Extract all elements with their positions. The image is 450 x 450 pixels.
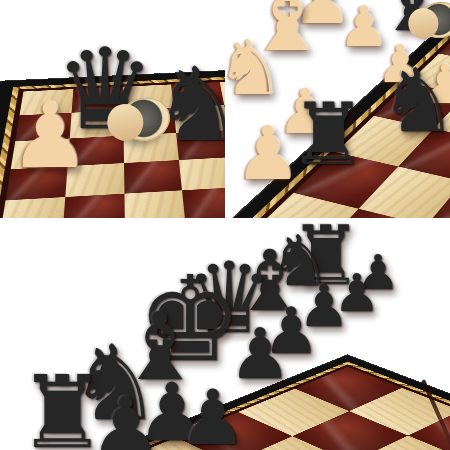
black-pawn: ♟ — [179, 381, 247, 450]
photo-top-right-closeup: ♞♝♟♟♟♟♟♟♜♞♝ — [227, 0, 450, 218]
black-rook: ♜ — [290, 91, 367, 177]
cream-pawn: ♟ — [235, 116, 301, 190]
photo-top-left-closeup: ♛♞♟ — [0, 0, 225, 218]
cream-knight: ♞ — [227, 30, 284, 106]
pieces-layer: ♜♞♝♚♛♝♞♜♟♟♟♟♟♟♟♟ — [0, 220, 450, 450]
board-scene-top-left: ♛♞♟ — [0, 0, 225, 218]
board-scene-bottom: ♜♞♝♚♛♝♞♜♟♟♟♟♟♟♟♟ — [0, 220, 450, 450]
black-pawn: ♟ — [88, 386, 163, 450]
pieces-layer: ♛♞♟ — [0, 0, 225, 218]
board-scene-top-right: ♞♝♟♟♟♟♟♟♜♞♝ — [227, 0, 450, 218]
product-photo-collage: ♛♞♟ ♞♝♟♟♟♟♟♟♜♞♝ — [0, 0, 450, 450]
photo-bottom-wide: ♜♞♝♚♛♝♞♜♟♟♟♟♟♟♟♟ — [0, 220, 450, 450]
pieces-layer: ♞♝♟♟♟♟♟♟♜♞♝ — [227, 0, 450, 218]
black-knight: ♞ — [379, 57, 450, 145]
cream-pawn: ♟ — [10, 90, 91, 180]
